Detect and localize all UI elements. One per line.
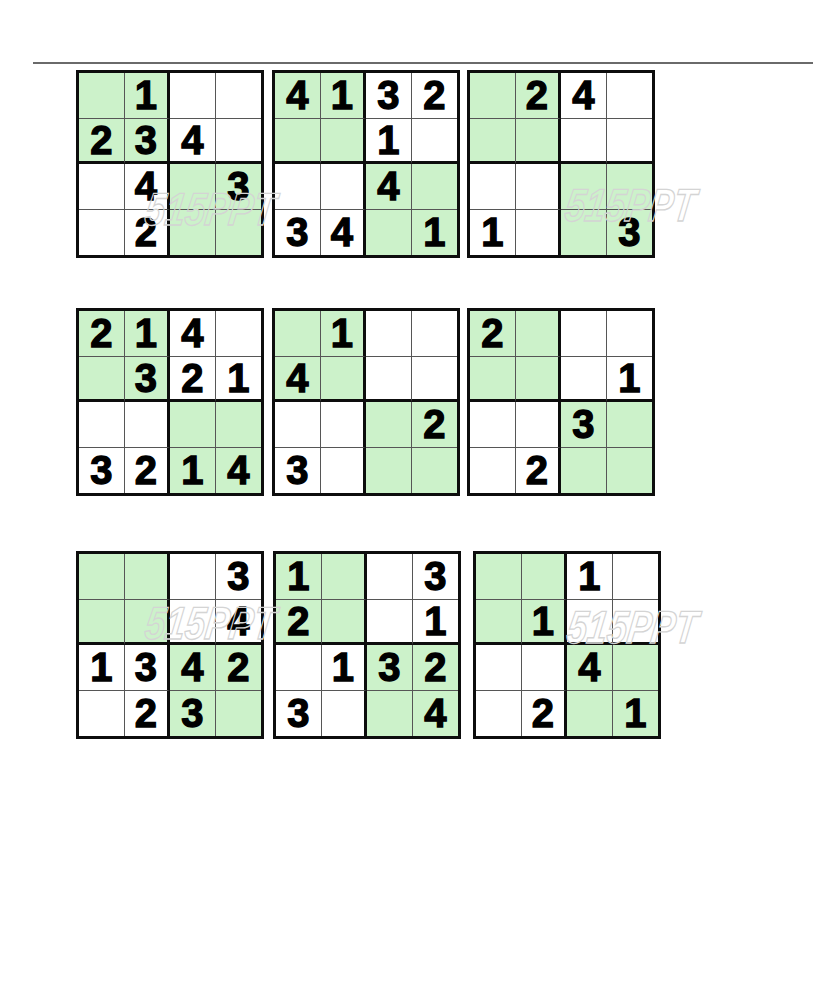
cell-b1-r4c4[interactable] bbox=[216, 210, 262, 256]
cell-b5-r2c3[interactable] bbox=[366, 357, 412, 403]
cell-b3-r2c2[interactable] bbox=[516, 119, 562, 165]
cell-b4-r4c2: 2 bbox=[125, 448, 171, 494]
cell-b7-r2c4: 4 bbox=[216, 600, 262, 646]
cell-b4-r3c2[interactable] bbox=[125, 402, 171, 448]
cell-b2-r2c2[interactable] bbox=[321, 119, 367, 165]
cell-b1-r1c2: 1 bbox=[125, 73, 171, 119]
cell-b3-r2c3[interactable] bbox=[561, 119, 607, 165]
cell-b6-r1c2[interactable] bbox=[516, 311, 562, 357]
cell-b1-r2c3: 4 bbox=[170, 119, 216, 165]
cell-b4-r1c1: 2 bbox=[79, 311, 125, 357]
cell-b1-r1c3[interactable] bbox=[170, 73, 216, 119]
cell-b6-r2c2[interactable] bbox=[516, 357, 562, 403]
cell-b9-r3c3: 4 bbox=[567, 645, 613, 691]
cell-b9-r3c2[interactable] bbox=[522, 645, 568, 691]
cell-b2-r2c1[interactable] bbox=[275, 119, 321, 165]
cell-b6-r3c3: 3 bbox=[561, 402, 607, 448]
cell-b8-r3c2: 1 bbox=[322, 645, 368, 691]
cell-b6-r4c1[interactable] bbox=[470, 448, 516, 494]
sudoku-board-3: 2413 bbox=[467, 70, 655, 258]
cell-b9-r4c2: 2 bbox=[522, 691, 568, 737]
cell-b3-r2c4[interactable] bbox=[607, 119, 653, 165]
cell-b7-r4c1[interactable] bbox=[79, 691, 125, 737]
cell-b5-r2c1: 4 bbox=[275, 357, 321, 403]
sudoku-board-1: 1234432 bbox=[76, 70, 264, 258]
cell-b4-r2c3: 2 bbox=[170, 357, 216, 403]
cell-b2-r4c1: 3 bbox=[275, 210, 321, 256]
cell-b8-r1c3[interactable] bbox=[367, 554, 413, 600]
cell-b6-r2c4: 1 bbox=[607, 357, 653, 403]
cell-b4-r2c2: 3 bbox=[125, 357, 171, 403]
cell-b7-r4c3: 3 bbox=[170, 691, 216, 737]
cell-b2-r1c3: 3 bbox=[366, 73, 412, 119]
cell-b5-r3c3[interactable] bbox=[366, 402, 412, 448]
cell-b3-r3c2[interactable] bbox=[516, 164, 562, 210]
cell-b3-r3c1[interactable] bbox=[470, 164, 516, 210]
cell-b2-r4c4: 1 bbox=[412, 210, 458, 256]
cell-b1-r2c4[interactable] bbox=[216, 119, 262, 165]
cell-b5-r3c4: 2 bbox=[412, 402, 458, 448]
cell-b7-r3c2: 3 bbox=[125, 645, 171, 691]
cell-b7-r4c2: 2 bbox=[125, 691, 171, 737]
cell-b6-r1c4[interactable] bbox=[607, 311, 653, 357]
cell-b8-r3c4: 2 bbox=[413, 645, 459, 691]
cell-b6-r3c4[interactable] bbox=[607, 402, 653, 448]
cell-b3-r1c1[interactable] bbox=[470, 73, 516, 119]
cell-b9-r2c3[interactable] bbox=[567, 600, 613, 646]
cell-b9-r3c1[interactable] bbox=[476, 645, 522, 691]
cell-b8-r3c1[interactable] bbox=[276, 645, 322, 691]
cell-b3-r3c4[interactable] bbox=[607, 164, 653, 210]
cell-b6-r3c1[interactable] bbox=[470, 402, 516, 448]
cell-b6-r4c4[interactable] bbox=[607, 448, 653, 494]
cell-b2-r3c2[interactable] bbox=[321, 164, 367, 210]
cell-b9-r1c4[interactable] bbox=[613, 554, 659, 600]
cell-b8-r2c2[interactable] bbox=[322, 600, 368, 646]
cell-b7-r1c4: 3 bbox=[216, 554, 262, 600]
cell-b5-r4c1: 3 bbox=[275, 448, 321, 494]
worksheet-page: 1234432 413214341 2413 2143213214 1423 2… bbox=[0, 0, 840, 998]
cell-b9-r4c4: 1 bbox=[613, 691, 659, 737]
cell-b5-r3c1[interactable] bbox=[275, 402, 321, 448]
cell-b5-r1c4[interactable] bbox=[412, 311, 458, 357]
cell-b1-r3c1[interactable] bbox=[79, 164, 125, 210]
cell-b5-r2c2[interactable] bbox=[321, 357, 367, 403]
cell-b2-r3c4[interactable] bbox=[412, 164, 458, 210]
cell-b7-r2c1[interactable] bbox=[79, 600, 125, 646]
cell-b9-r2c2: 1 bbox=[522, 600, 568, 646]
cell-b3-r1c2: 2 bbox=[516, 73, 562, 119]
cell-b4-r2c4: 1 bbox=[216, 357, 262, 403]
sudoku-board-6: 2132 bbox=[467, 308, 655, 496]
cell-b1-r3c2: 4 bbox=[125, 164, 171, 210]
sudoku-board-7: 34134223 bbox=[76, 551, 264, 739]
cell-b1-r2c2: 3 bbox=[125, 119, 171, 165]
cell-b6-r1c1: 2 bbox=[470, 311, 516, 357]
cell-b3-r1c4[interactable] bbox=[607, 73, 653, 119]
cell-b5-r1c2: 1 bbox=[321, 311, 367, 357]
cell-b5-r2c4[interactable] bbox=[412, 357, 458, 403]
cell-b3-r4c2[interactable] bbox=[516, 210, 562, 256]
cell-b7-r3c3: 4 bbox=[170, 645, 216, 691]
cell-b9-r4c3[interactable] bbox=[567, 691, 613, 737]
cell-b3-r4c1: 1 bbox=[470, 210, 516, 256]
cell-b5-r4c3[interactable] bbox=[366, 448, 412, 494]
cell-b6-r2c1[interactable] bbox=[470, 357, 516, 403]
sudoku-board-4: 2143213214 bbox=[76, 308, 264, 496]
cell-b5-r1c3[interactable] bbox=[366, 311, 412, 357]
cell-b7-r2c2[interactable] bbox=[125, 600, 171, 646]
cell-b4-r1c3: 4 bbox=[170, 311, 216, 357]
cell-b7-r4c4[interactable] bbox=[216, 691, 262, 737]
cell-b2-r2c3: 1 bbox=[366, 119, 412, 165]
cell-b1-r3c3[interactable] bbox=[170, 164, 216, 210]
cell-b8-r4c2[interactable] bbox=[322, 691, 368, 737]
cell-b7-r1c2[interactable] bbox=[125, 554, 171, 600]
cell-b9-r1c3: 1 bbox=[567, 554, 613, 600]
cell-b5-r4c2[interactable] bbox=[321, 448, 367, 494]
cell-b8-r1c4: 3 bbox=[413, 554, 459, 600]
cell-b3-r2c1[interactable] bbox=[470, 119, 516, 165]
cell-b2-r1c1: 4 bbox=[275, 73, 321, 119]
cell-b2-r4c3[interactable] bbox=[366, 210, 412, 256]
cell-b6-r2c3[interactable] bbox=[561, 357, 607, 403]
cell-b9-r2c1[interactable] bbox=[476, 600, 522, 646]
cell-b9-r1c2[interactable] bbox=[522, 554, 568, 600]
cell-b4-r1c2: 1 bbox=[125, 311, 171, 357]
cell-b4-r4c3: 1 bbox=[170, 448, 216, 494]
cell-b8-r4c4: 4 bbox=[413, 691, 459, 737]
cell-b2-r3c3: 4 bbox=[366, 164, 412, 210]
cell-b4-r3c1[interactable] bbox=[79, 402, 125, 448]
cell-b9-r2c4[interactable] bbox=[613, 600, 659, 646]
cell-b1-r4c2: 2 bbox=[125, 210, 171, 256]
cell-b2-r3c1[interactable] bbox=[275, 164, 321, 210]
cell-b9-r1c1[interactable] bbox=[476, 554, 522, 600]
cell-b4-r4c4: 4 bbox=[216, 448, 262, 494]
cell-b8-r3c3: 3 bbox=[367, 645, 413, 691]
cell-b1-r3c4: 3 bbox=[216, 164, 262, 210]
cell-b8-r2c1: 2 bbox=[276, 600, 322, 646]
cell-b3-r4c3[interactable] bbox=[561, 210, 607, 256]
cell-b8-r2c3[interactable] bbox=[367, 600, 413, 646]
cell-b1-r2c1: 2 bbox=[79, 119, 125, 165]
cell-b5-r3c2[interactable] bbox=[321, 402, 367, 448]
cell-b5-r1c1[interactable] bbox=[275, 311, 321, 357]
cell-b4-r3c3[interactable] bbox=[170, 402, 216, 448]
cell-b4-r1c4[interactable] bbox=[216, 311, 262, 357]
cell-b3-r3c3[interactable] bbox=[561, 164, 607, 210]
cell-b2-r1c2: 1 bbox=[321, 73, 367, 119]
cell-b6-r3c2[interactable] bbox=[516, 402, 562, 448]
cell-b4-r4c1: 3 bbox=[79, 448, 125, 494]
cell-b1-r1c4[interactable] bbox=[216, 73, 262, 119]
sudoku-board-8: 132113234 bbox=[273, 551, 461, 739]
sudoku-board-2: 413214341 bbox=[272, 70, 460, 258]
cell-b6-r1c3[interactable] bbox=[561, 311, 607, 357]
cell-b7-r3c1: 1 bbox=[79, 645, 125, 691]
cell-b2-r2c4[interactable] bbox=[412, 119, 458, 165]
cell-b3-r4c4: 3 bbox=[607, 210, 653, 256]
cell-b6-r4c2: 2 bbox=[516, 448, 562, 494]
cell-b8-r1c2[interactable] bbox=[322, 554, 368, 600]
cell-b7-r1c1[interactable] bbox=[79, 554, 125, 600]
cell-b7-r3c4: 2 bbox=[216, 645, 262, 691]
cell-b3-r1c3: 4 bbox=[561, 73, 607, 119]
cell-b8-r4c3[interactable] bbox=[367, 691, 413, 737]
cell-b5-r4c4[interactable] bbox=[412, 448, 458, 494]
cell-b8-r2c4: 1 bbox=[413, 600, 459, 646]
cell-b6-r4c3[interactable] bbox=[561, 448, 607, 494]
cell-b4-r3c4[interactable] bbox=[216, 402, 262, 448]
cell-b7-r2c3[interactable] bbox=[170, 600, 216, 646]
cell-b1-r1c1[interactable] bbox=[79, 73, 125, 119]
cell-b8-r1c1: 1 bbox=[276, 554, 322, 600]
sudoku-board-9: 11421 bbox=[473, 551, 661, 739]
cell-b9-r3c4[interactable] bbox=[613, 645, 659, 691]
cell-b1-r4c3[interactable] bbox=[170, 210, 216, 256]
cell-b1-r4c1[interactable] bbox=[79, 210, 125, 256]
cell-b8-r4c1: 3 bbox=[276, 691, 322, 737]
divider-line bbox=[33, 62, 813, 64]
cell-b2-r4c2: 4 bbox=[321, 210, 367, 256]
cell-b2-r1c4: 2 bbox=[412, 73, 458, 119]
cell-b4-r2c1[interactable] bbox=[79, 357, 125, 403]
sudoku-board-5: 1423 bbox=[272, 308, 460, 496]
cell-b9-r4c1[interactable] bbox=[476, 691, 522, 737]
cell-b7-r1c3[interactable] bbox=[170, 554, 216, 600]
